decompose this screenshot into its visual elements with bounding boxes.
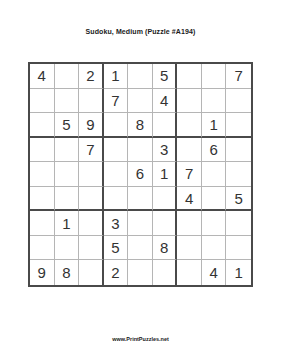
cell-r5c7: 7: [177, 162, 202, 187]
cell-r8c7: [177, 236, 202, 261]
cell-r7c3: [79, 211, 104, 236]
cell-r7c8: [202, 211, 227, 236]
cell-r6c1: [30, 187, 55, 212]
sudoku-print-page: Sudoku, Medium (Puzzle #A194) 4215774598…: [0, 0, 281, 363]
cell-r8c1: [30, 236, 55, 261]
cell-r8c4: 5: [104, 236, 129, 261]
cell-r2c9: [226, 89, 251, 114]
cell-r7c1: [30, 211, 55, 236]
cell-r9c4: 2: [104, 260, 129, 285]
cell-r1c9: 7: [226, 64, 251, 89]
cell-r9c9: 1: [226, 260, 251, 285]
cell-r4c8: 6: [202, 138, 227, 163]
cell-r5c3: [79, 162, 104, 187]
cell-r1c7: [177, 64, 202, 89]
cell-r5c5: 6: [128, 162, 153, 187]
cell-r2c2: [55, 89, 80, 114]
cell-r2c4: 7: [104, 89, 129, 114]
cell-r7c9: [226, 211, 251, 236]
cell-r3c7: [177, 113, 202, 138]
cell-r6c9: 5: [226, 187, 251, 212]
cell-r8c6: 8: [153, 236, 178, 261]
cell-r3c6: [153, 113, 178, 138]
cell-r8c8: [202, 236, 227, 261]
cell-r7c2: 1: [55, 211, 80, 236]
cell-r3c5: 8: [128, 113, 153, 138]
cell-r9c8: 4: [202, 260, 227, 285]
cell-r9c2: 8: [55, 260, 80, 285]
cell-r7c5: [128, 211, 153, 236]
cell-r4c2: [55, 138, 80, 163]
cell-r1c8: [202, 64, 227, 89]
cell-r6c6: [153, 187, 178, 212]
cell-r6c8: [202, 187, 227, 212]
cell-r4c3: 7: [79, 138, 104, 163]
cell-r6c2: [55, 187, 80, 212]
cell-r9c7: [177, 260, 202, 285]
cell-r1c6: 5: [153, 64, 178, 89]
cell-r4c5: [128, 138, 153, 163]
cell-r3c8: 1: [202, 113, 227, 138]
cell-r2c5: [128, 89, 153, 114]
cell-r2c8: [202, 89, 227, 114]
cell-r9c1: 9: [30, 260, 55, 285]
cell-r1c1: 4: [30, 64, 55, 89]
cell-r3c1: [30, 113, 55, 138]
cell-r4c1: [30, 138, 55, 163]
cell-r7c7: [177, 211, 202, 236]
cell-r6c5: [128, 187, 153, 212]
cell-r5c9: [226, 162, 251, 187]
cell-r7c4: 3: [104, 211, 129, 236]
cell-r3c3: 9: [79, 113, 104, 138]
cell-r9c3: [79, 260, 104, 285]
cell-r1c5: [128, 64, 153, 89]
cell-r5c2: [55, 162, 80, 187]
cell-r5c6: 1: [153, 162, 178, 187]
cell-r9c5: [128, 260, 153, 285]
sudoku-board: 4215774598173661745135898241: [28, 62, 253, 287]
cell-r3c9: [226, 113, 251, 138]
cell-r6c3: [79, 187, 104, 212]
cell-r5c1: [30, 162, 55, 187]
cell-r9c6: [153, 260, 178, 285]
cell-r1c2: [55, 64, 80, 89]
cell-r3c4: [104, 113, 129, 138]
page-title: Sudoku, Medium (Puzzle #A194): [0, 28, 281, 35]
cell-r2c7: [177, 89, 202, 114]
cell-r8c9: [226, 236, 251, 261]
cell-r1c4: 1: [104, 64, 129, 89]
cell-r8c3: [79, 236, 104, 261]
cell-r5c8: [202, 162, 227, 187]
footer-url: www.PrintPuzzles.net: [0, 336, 281, 342]
cell-r2c1: [30, 89, 55, 114]
cell-r1c3: 2: [79, 64, 104, 89]
cell-r4c4: [104, 138, 129, 163]
cell-r2c6: 4: [153, 89, 178, 114]
cell-r5c4: [104, 162, 129, 187]
cell-r8c5: [128, 236, 153, 261]
cell-r4c6: 3: [153, 138, 178, 163]
cell-r3c2: 5: [55, 113, 80, 138]
cell-r6c4: [104, 187, 129, 212]
cell-r4c7: [177, 138, 202, 163]
cell-r6c7: 4: [177, 187, 202, 212]
cell-r4c9: [226, 138, 251, 163]
cell-r7c6: [153, 211, 178, 236]
cell-r2c3: [79, 89, 104, 114]
cell-r8c2: [55, 236, 80, 261]
